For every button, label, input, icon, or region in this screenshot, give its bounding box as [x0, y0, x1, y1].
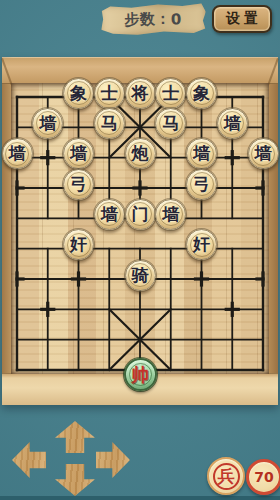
- piece[interactable]: 墙: [32, 108, 63, 139]
- piece[interactable]: 象: [186, 78, 217, 109]
- settings-button[interactable]: 设置: [212, 5, 272, 33]
- piece[interactable]: 门: [125, 199, 156, 230]
- piece[interactable]: 士: [94, 78, 125, 109]
- piece[interactable]: 墙: [2, 138, 33, 169]
- piece[interactable]: 弓: [63, 169, 94, 200]
- left-arrow-button[interactable]: [12, 442, 46, 478]
- piece[interactable]: 墙: [248, 138, 279, 169]
- piece[interactable]: 墙: [63, 138, 94, 169]
- game-screen: 步数：0 设置 象士将士象墙马马墙墙墙炮墙墙弓弓墙门墙奸奸骑帅 兵 70: [0, 0, 280, 500]
- right-arrow-button[interactable]: [96, 442, 130, 478]
- steps-counter: 步数：0: [100, 3, 207, 37]
- settings-button-label: 设置: [222, 10, 262, 28]
- steps-value: 0: [171, 10, 182, 28]
- piece[interactable]: 弓: [186, 169, 217, 200]
- pawn-button[interactable]: 兵: [207, 457, 245, 495]
- piece[interactable]: 马: [94, 108, 125, 139]
- steps-label: 步数：: [124, 10, 171, 30]
- piece-general[interactable]: 帅: [124, 358, 157, 391]
- pawn-button-label: 兵: [218, 468, 235, 485]
- piece[interactable]: 炮: [125, 138, 156, 169]
- piece[interactable]: 墙: [186, 138, 217, 169]
- piece[interactable]: 墙: [94, 199, 125, 230]
- piece[interactable]: 奸: [186, 229, 217, 260]
- piece[interactable]: 将: [125, 78, 156, 109]
- piece[interactable]: 墙: [217, 108, 248, 139]
- piece[interactable]: 马: [155, 108, 186, 139]
- piece[interactable]: 骑: [125, 260, 156, 291]
- up-arrow-button[interactable]: [55, 421, 95, 453]
- piece[interactable]: 奸: [63, 229, 94, 260]
- bottom-edge-strip: [0, 496, 280, 500]
- piece[interactable]: 士: [155, 78, 186, 109]
- piece[interactable]: 象: [63, 78, 94, 109]
- piece[interactable]: 墙: [155, 199, 186, 230]
- count-badge-value: 70: [254, 469, 273, 485]
- move-count-badge: 70: [246, 459, 280, 495]
- down-arrow-button[interactable]: [55, 464, 95, 496]
